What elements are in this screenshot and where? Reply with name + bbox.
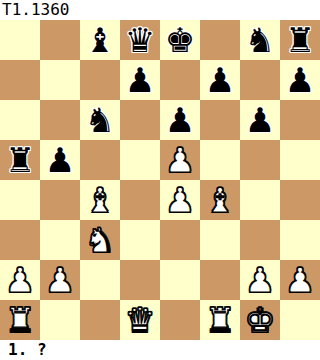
square-a4[interactable] xyxy=(0,180,40,220)
square-d5[interactable] xyxy=(120,140,160,180)
black-knight-piece[interactable]: ♞ xyxy=(245,20,275,60)
square-f5[interactable] xyxy=(200,140,240,180)
white-pawn-piece[interactable]: ♟ xyxy=(245,260,275,300)
white-pawn-piece[interactable]: ♟ xyxy=(165,140,195,180)
black-pawn-piece[interactable]: ♟ xyxy=(125,60,155,100)
square-g8[interactable]: ♞ xyxy=(240,20,280,60)
square-e2[interactable] xyxy=(160,260,200,300)
square-b1[interactable] xyxy=(40,300,80,340)
black-pawn-piece[interactable]: ♟ xyxy=(205,60,235,100)
square-h2[interactable]: ♟ xyxy=(280,260,320,300)
square-b2[interactable]: ♟ xyxy=(40,260,80,300)
square-e4[interactable]: ♟ xyxy=(160,180,200,220)
square-e3[interactable] xyxy=(160,220,200,260)
square-d7[interactable]: ♟ xyxy=(120,60,160,100)
white-pawn-piece[interactable]: ♟ xyxy=(45,260,75,300)
square-c4[interactable]: ♝ xyxy=(80,180,120,220)
square-h4[interactable] xyxy=(280,180,320,220)
white-bishop-piece[interactable]: ♝ xyxy=(85,180,115,220)
square-g2[interactable]: ♟ xyxy=(240,260,280,300)
square-c2[interactable] xyxy=(80,260,120,300)
square-a7[interactable] xyxy=(0,60,40,100)
square-b7[interactable] xyxy=(40,60,80,100)
square-h8[interactable]: ♜ xyxy=(280,20,320,60)
black-bishop-piece[interactable]: ♝ xyxy=(85,20,115,60)
square-f6[interactable] xyxy=(200,100,240,140)
square-d3[interactable] xyxy=(120,220,160,260)
square-e5[interactable]: ♟ xyxy=(160,140,200,180)
black-pawn-piece[interactable]: ♟ xyxy=(45,140,75,180)
square-b6[interactable] xyxy=(40,100,80,140)
square-a2[interactable]: ♟ xyxy=(0,260,40,300)
square-h6[interactable] xyxy=(280,100,320,140)
square-g6[interactable]: ♟ xyxy=(240,100,280,140)
black-king-piece[interactable]: ♚ xyxy=(165,20,195,60)
white-rook-piece[interactable]: ♜ xyxy=(205,300,235,340)
white-pawn-piece[interactable]: ♟ xyxy=(5,260,35,300)
white-rook-piece[interactable]: ♜ xyxy=(5,300,35,340)
square-d6[interactable] xyxy=(120,100,160,140)
puzzle-title: T1.1360 xyxy=(0,0,320,20)
black-rook-piece[interactable]: ♜ xyxy=(5,140,35,180)
square-h7[interactable]: ♟ xyxy=(280,60,320,100)
move-prompt: 1. ? xyxy=(0,340,320,360)
black-rook-piece[interactable]: ♜ xyxy=(285,20,315,60)
square-a6[interactable] xyxy=(0,100,40,140)
square-f7[interactable]: ♟ xyxy=(200,60,240,100)
square-c5[interactable] xyxy=(80,140,120,180)
square-b8[interactable] xyxy=(40,20,80,60)
square-f4[interactable]: ♝ xyxy=(200,180,240,220)
square-e1[interactable] xyxy=(160,300,200,340)
black-pawn-piece[interactable]: ♟ xyxy=(245,100,275,140)
square-b3[interactable] xyxy=(40,220,80,260)
square-a5[interactable]: ♜ xyxy=(0,140,40,180)
white-pawn-piece[interactable]: ♟ xyxy=(285,260,315,300)
square-a1[interactable]: ♜ xyxy=(0,300,40,340)
square-c6[interactable]: ♞ xyxy=(80,100,120,140)
square-f8[interactable] xyxy=(200,20,240,60)
square-d4[interactable] xyxy=(120,180,160,220)
square-g4[interactable] xyxy=(240,180,280,220)
square-d8[interactable]: ♛ xyxy=(120,20,160,60)
black-knight-piece[interactable]: ♞ xyxy=(85,100,115,140)
square-c1[interactable] xyxy=(80,300,120,340)
square-h1[interactable] xyxy=(280,300,320,340)
square-b4[interactable] xyxy=(40,180,80,220)
white-pawn-piece[interactable]: ♟ xyxy=(165,180,195,220)
square-b5[interactable]: ♟ xyxy=(40,140,80,180)
chess-board: ♝♛♚♞♜♟♟♟♞♟♟♜♟♟♝♟♝♞♟♟♟♟♜♛♜♚ xyxy=(0,20,320,340)
white-queen-piece[interactable]: ♛ xyxy=(125,300,155,340)
square-h5[interactable] xyxy=(280,140,320,180)
square-g1[interactable]: ♚ xyxy=(240,300,280,340)
square-g5[interactable] xyxy=(240,140,280,180)
square-a3[interactable] xyxy=(0,220,40,260)
square-e7[interactable] xyxy=(160,60,200,100)
black-queen-piece[interactable]: ♛ xyxy=(125,20,155,60)
square-e8[interactable]: ♚ xyxy=(160,20,200,60)
square-d1[interactable]: ♛ xyxy=(120,300,160,340)
square-c3[interactable]: ♞ xyxy=(80,220,120,260)
square-g7[interactable] xyxy=(240,60,280,100)
square-f2[interactable] xyxy=(200,260,240,300)
white-bishop-piece[interactable]: ♝ xyxy=(205,180,235,220)
square-f1[interactable]: ♜ xyxy=(200,300,240,340)
square-c7[interactable] xyxy=(80,60,120,100)
square-g3[interactable] xyxy=(240,220,280,260)
square-c8[interactable]: ♝ xyxy=(80,20,120,60)
black-pawn-piece[interactable]: ♟ xyxy=(165,100,195,140)
white-knight-piece[interactable]: ♞ xyxy=(85,220,115,260)
square-d2[interactable] xyxy=(120,260,160,300)
square-h3[interactable] xyxy=(280,220,320,260)
white-king-piece[interactable]: ♚ xyxy=(245,300,275,340)
square-e6[interactable]: ♟ xyxy=(160,100,200,140)
black-pawn-piece[interactable]: ♟ xyxy=(285,60,315,100)
square-f3[interactable] xyxy=(200,220,240,260)
square-a8[interactable] xyxy=(0,20,40,60)
